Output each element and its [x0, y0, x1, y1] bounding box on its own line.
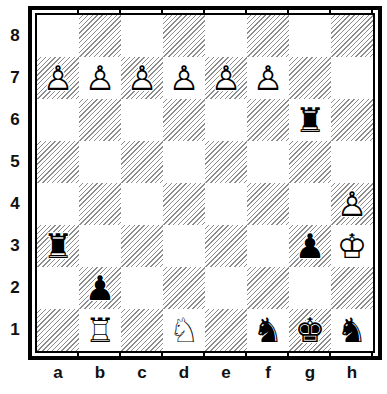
white-pawn-glyph: ♙	[163, 57, 205, 99]
rank-labels: 87654321	[2, 6, 28, 360]
square-g5[interactable]	[289, 141, 331, 183]
square-h1[interactable]: ♞♞	[331, 309, 373, 351]
square-c8[interactable]	[121, 15, 163, 57]
square-e6[interactable]	[205, 99, 247, 141]
square-b6[interactable]	[79, 99, 121, 141]
square-b8[interactable]	[79, 15, 121, 57]
file-labels: abcdefgh	[28, 360, 382, 386]
square-b2[interactable]: ♟♟	[79, 267, 121, 309]
file-label-a: a	[37, 361, 79, 385]
square-h4[interactable]: ♟♙	[331, 183, 373, 225]
white-pawn-glyph: ♙	[37, 57, 79, 99]
black-pawn-glyph: ♟	[79, 267, 121, 309]
square-a5[interactable]	[37, 141, 79, 183]
square-g2[interactable]	[289, 267, 331, 309]
square-d5[interactable]	[163, 141, 205, 183]
square-g8[interactable]	[289, 15, 331, 57]
square-a8[interactable]	[37, 15, 79, 57]
white-pawn-d7[interactable]: ♟♙	[163, 57, 205, 99]
square-f4[interactable]	[247, 183, 289, 225]
square-g7[interactable]	[289, 57, 331, 99]
square-e3[interactable]	[205, 225, 247, 267]
square-a6[interactable]	[37, 99, 79, 141]
black-rook-glyph: ♜	[289, 99, 331, 141]
white-rook-b1[interactable]: ♜♖	[79, 309, 121, 351]
black-knight-glyph: ♞	[331, 309, 373, 351]
square-a2[interactable]	[37, 267, 79, 309]
file-label-c: c	[121, 361, 163, 385]
square-b4[interactable]	[79, 183, 121, 225]
black-rook-glyph: ♜	[37, 225, 79, 267]
square-g6[interactable]: ♜♜	[289, 99, 331, 141]
square-e8[interactable]	[205, 15, 247, 57]
chess-board: ♟♙♟♙♟♙♟♙♟♙♟♙♜♜♟♙♜♜♟♟♚♔♟♟♜♖♞♘♞♞♚♚♞♞	[35, 13, 375, 353]
square-d8[interactable]	[163, 15, 205, 57]
square-f2[interactable]	[247, 267, 289, 309]
square-f7[interactable]: ♟♙	[247, 57, 289, 99]
square-g1[interactable]: ♚♚	[289, 309, 331, 351]
rank-label-8: 8	[2, 15, 28, 57]
square-a7[interactable]: ♟♙	[37, 57, 79, 99]
black-knight-glyph: ♞	[247, 309, 289, 351]
white-pawn-glyph: ♙	[331, 183, 373, 225]
black-king-glyph: ♚	[289, 309, 331, 351]
white-pawn-glyph: ♙	[205, 57, 247, 99]
square-e5[interactable]	[205, 141, 247, 183]
black-pawn-g3[interactable]: ♟♟	[289, 225, 331, 267]
file-label-e: e	[205, 361, 247, 385]
square-h6[interactable]	[331, 99, 373, 141]
square-d1[interactable]: ♞♘	[163, 309, 205, 351]
white-pawn-glyph: ♙	[121, 57, 163, 99]
square-h8[interactable]	[331, 15, 373, 57]
square-d6[interactable]	[163, 99, 205, 141]
rank-label-2: 2	[2, 267, 28, 309]
square-d2[interactable]	[163, 267, 205, 309]
file-label-g: g	[289, 361, 331, 385]
square-e2[interactable]	[205, 267, 247, 309]
white-pawn-a7[interactable]: ♟♙	[37, 57, 79, 99]
square-a4[interactable]	[37, 183, 79, 225]
square-e4[interactable]	[205, 183, 247, 225]
square-b3[interactable]	[79, 225, 121, 267]
square-f5[interactable]	[247, 141, 289, 183]
black-pawn-glyph: ♟	[289, 225, 331, 267]
square-d7[interactable]: ♟♙	[163, 57, 205, 99]
frame-ticks-bottom	[37, 353, 373, 356]
square-g3[interactable]: ♟♟	[289, 225, 331, 267]
white-pawn-c7[interactable]: ♟♙	[121, 57, 163, 99]
black-knight-f1[interactable]: ♞♞	[247, 309, 289, 351]
square-f3[interactable]	[247, 225, 289, 267]
rank-label-1: 1	[2, 309, 28, 351]
white-pawn-b7[interactable]: ♟♙	[79, 57, 121, 99]
file-label-h: h	[331, 361, 373, 385]
square-h7[interactable]	[331, 57, 373, 99]
square-h2[interactable]	[331, 267, 373, 309]
rank-label-6: 6	[2, 99, 28, 141]
square-f6[interactable]	[247, 99, 289, 141]
square-a3[interactable]: ♜♜	[37, 225, 79, 267]
file-label-d: d	[163, 361, 205, 385]
square-h3[interactable]: ♚♔	[331, 225, 373, 267]
white-pawn-glyph: ♙	[247, 57, 289, 99]
file-label-b: b	[79, 361, 121, 385]
white-knight-d1[interactable]: ♞♘	[163, 309, 205, 351]
square-c5[interactable]	[121, 141, 163, 183]
white-king-glyph: ♔	[331, 225, 373, 267]
board-frame: ♟♙♟♙♟♙♟♙♟♙♟♙♜♜♟♙♜♜♟♟♚♔♟♟♜♖♞♘♞♞♚♚♞♞	[28, 6, 382, 360]
chess-diagram-page: 87654321 ♟♙♟♙♟♙♟♙♟♙♟♙♜♜♟♙♜♜♟♟♚♔♟♟♜♖♞♘♞♞♚…	[0, 0, 387, 394]
square-f1[interactable]: ♞♞	[247, 309, 289, 351]
square-e7[interactable]: ♟♙	[205, 57, 247, 99]
square-c2[interactable]	[121, 267, 163, 309]
rank-label-4: 4	[2, 183, 28, 225]
white-pawn-glyph: ♙	[79, 57, 121, 99]
black-king-g1[interactable]: ♚♚	[289, 309, 331, 351]
white-rook-glyph: ♖	[79, 309, 121, 351]
white-knight-glyph: ♘	[163, 309, 205, 351]
square-b5[interactable]	[79, 141, 121, 183]
square-c1[interactable]	[121, 309, 163, 351]
white-king-h3[interactable]: ♚♔	[331, 225, 373, 267]
square-b1[interactable]: ♜♖	[79, 309, 121, 351]
rank-label-5: 5	[2, 141, 28, 183]
square-c4[interactable]	[121, 183, 163, 225]
white-pawn-h4[interactable]: ♟♙	[331, 183, 373, 225]
square-g4[interactable]	[289, 183, 331, 225]
black-rook-a3[interactable]: ♜♜	[37, 225, 79, 267]
black-pawn-b2[interactable]: ♟♟	[79, 267, 121, 309]
square-f8[interactable]	[247, 15, 289, 57]
black-knight-h1[interactable]: ♞♞	[331, 309, 373, 351]
square-a1[interactable]	[37, 309, 79, 351]
white-pawn-f7[interactable]: ♟♙	[247, 57, 289, 99]
rank-label-7: 7	[2, 57, 28, 99]
square-b7[interactable]: ♟♙	[79, 57, 121, 99]
file-label-f: f	[247, 361, 289, 385]
square-c6[interactable]	[121, 99, 163, 141]
square-e1[interactable]	[205, 309, 247, 351]
square-c3[interactable]	[121, 225, 163, 267]
white-pawn-e7[interactable]: ♟♙	[205, 57, 247, 99]
chess-diagram: 87654321 ♟♙♟♙♟♙♟♙♟♙♟♙♜♜♟♙♜♜♟♟♚♔♟♟♜♖♞♘♞♞♚…	[2, 6, 382, 386]
rank-label-3: 3	[2, 225, 28, 267]
black-rook-g6[interactable]: ♜♜	[289, 99, 331, 141]
square-d4[interactable]	[163, 183, 205, 225]
square-d3[interactable]	[163, 225, 205, 267]
square-c7[interactable]: ♟♙	[121, 57, 163, 99]
square-h5[interactable]	[331, 141, 373, 183]
